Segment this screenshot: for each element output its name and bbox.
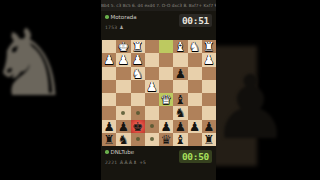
black-knight[interactable]: ♞ [118,133,129,146]
white-knight[interactable]: ♞ [132,67,143,80]
square-e7[interactable] [145,120,159,133]
square-d8[interactable]: ♛ [159,133,173,146]
opponent-bar: Motorada 1753 ♟ 00:51 [101,12,216,38]
player-bar: DNLTube 2221 ♙♙♙♗ +5 00:50 [101,148,216,170]
square-b3[interactable] [188,67,202,80]
square-g2[interactable]: ♟ [116,53,130,66]
square-c3[interactable]: ♟ [173,67,187,80]
square-b8[interactable] [188,133,202,146]
square-b7[interactable]: ♟ [188,120,202,133]
online-dot-icon [105,150,109,154]
white-pawn[interactable]: ♟ [203,53,214,66]
square-h7[interactable]: ♟ [102,120,116,133]
square-a7[interactable]: ♟ [202,120,216,133]
chess-board[interactable]: ♚♜♝♞♜♟♟♟♟♞♟♟♛♝♞♟♟♚♟♟♟♟♜♞♛♝♜ [102,40,216,146]
white-pawn[interactable]: ♟ [118,53,129,66]
square-a4[interactable] [202,80,216,93]
black-pawn[interactable]: ♟ [175,67,186,80]
white-pawn[interactable]: ♟ [146,80,157,93]
square-d5[interactable]: ♛ [159,93,173,106]
square-f2[interactable]: ♟ [131,53,145,66]
square-e4[interactable]: ♟ [145,80,159,93]
online-dot-icon [105,15,109,19]
opponent-clock: 00:51 [179,14,212,27]
square-h2[interactable]: ♟ [102,53,116,66]
square-b1[interactable]: ♞ [188,40,202,53]
square-e3[interactable] [145,67,159,80]
square-g1[interactable]: ♚ [116,40,130,53]
move-list[interactable]: Bb4 5. c3 Bc5 6. d4 exd4 7. O-O dxc3 8. … [101,0,216,11]
square-a6[interactable] [202,106,216,119]
square-c7[interactable]: ♟ [173,120,187,133]
black-pawn[interactable]: ♟ [203,120,214,133]
square-b6[interactable] [188,106,202,119]
square-f8[interactable] [131,133,145,146]
white-rook[interactable]: ♜ [203,40,214,53]
square-a1[interactable]: ♜ [202,40,216,53]
square-b5[interactable] [188,93,202,106]
square-h3[interactable] [102,67,116,80]
opponent-name: Motorada [111,14,137,20]
square-d3[interactable] [159,67,173,80]
square-g6[interactable] [116,106,130,119]
square-d7[interactable]: ♟ [159,120,173,133]
black-king[interactable]: ♚ [132,120,143,133]
black-pawn[interactable]: ♟ [118,120,129,133]
square-e6[interactable] [145,106,159,119]
player-clock: 00:50 [179,150,212,163]
square-d4[interactable] [159,80,173,93]
opponent-captured-pieces: ♟ [119,24,123,30]
black-pawn[interactable]: ♟ [161,120,172,133]
square-g8[interactable]: ♞ [116,133,130,146]
white-pawn[interactable]: ♟ [104,53,115,66]
square-g7[interactable]: ♟ [116,120,130,133]
black-pawn[interactable]: ♟ [189,120,200,133]
square-f7[interactable]: ♚ [131,120,145,133]
square-c5[interactable]: ♝ [173,93,187,106]
square-a5[interactable] [202,93,216,106]
square-a8[interactable]: ♜ [202,133,216,146]
black-rook[interactable]: ♜ [104,133,115,146]
square-a2[interactable]: ♟ [202,53,216,66]
square-h8[interactable]: ♜ [102,133,116,146]
chess-app-screen: Bb4 5. c3 Bc5 6. d4 exd4 7. O-O dxc3 8. … [101,0,216,180]
square-g3[interactable] [116,67,130,80]
black-queen[interactable]: ♛ [161,133,172,146]
square-a3[interactable] [202,67,216,80]
white-queen[interactable]: ♛ [161,93,172,106]
player-captured-pieces: ♙♙♙♗ [119,159,137,165]
square-g4[interactable] [116,80,130,93]
player-name: DNLTube [111,149,135,155]
square-f1[interactable]: ♜ [131,40,145,53]
square-f3[interactable]: ♞ [131,67,145,80]
opponent-rating: 1753 [105,25,117,30]
square-f4[interactable] [131,80,145,93]
square-f5[interactable] [131,93,145,106]
background-knight-icon: ♞ [0,18,70,110]
video-frame: ♞ ♟ Bb4 5. c3 Bc5 6. d4 exd4 7. O-O dxc3… [0,0,320,180]
white-bishop[interactable]: ♝ [175,40,186,53]
white-king[interactable]: ♚ [118,40,129,53]
square-b2[interactable] [188,53,202,66]
player-rating: 2221 [105,160,117,165]
square-c8[interactable]: ♝ [173,133,187,146]
black-rook[interactable]: ♜ [203,133,214,146]
square-d1[interactable] [159,40,173,53]
black-pawn[interactable]: ♟ [175,120,186,133]
white-knight[interactable]: ♞ [189,40,200,53]
square-c1[interactable]: ♝ [173,40,187,53]
square-e8[interactable] [145,133,159,146]
square-b4[interactable] [188,80,202,93]
white-rook[interactable]: ♜ [132,40,143,53]
white-pawn[interactable]: ♟ [132,53,143,66]
square-d2[interactable] [159,53,173,66]
previous-moves: Bb4 5. c3 Bc5 6. d4 exd4 7. O-O dxc3 8. … [101,3,216,8]
square-d6[interactable] [159,106,173,119]
square-e1[interactable] [145,40,159,53]
square-c4[interactable] [173,80,187,93]
square-e2[interactable] [145,53,159,66]
square-e5[interactable] [145,93,159,106]
black-knight[interactable]: ♞ [175,106,186,119]
background-pawn-icon: ♟ [211,64,290,152]
black-bishop[interactable]: ♝ [175,93,186,106]
material-advantage: +5 [139,160,146,165]
square-h5[interactable] [102,93,116,106]
square-f6[interactable] [131,106,145,119]
square-g5[interactable] [116,93,130,106]
square-c2[interactable] [173,53,187,66]
square-c6[interactable]: ♞ [173,106,187,119]
square-h4[interactable] [102,80,116,93]
black-bishop[interactable]: ♝ [175,133,186,146]
square-h1[interactable] [102,40,116,53]
black-pawn[interactable]: ♟ [104,120,115,133]
square-h6[interactable] [102,106,116,119]
